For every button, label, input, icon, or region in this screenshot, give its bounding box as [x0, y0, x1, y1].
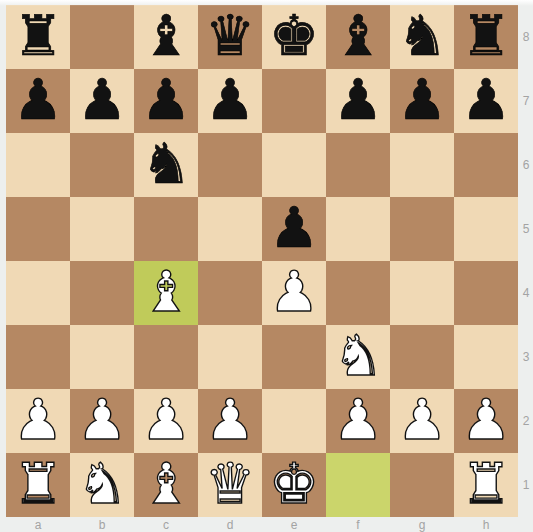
rank-label-1: 1 [519, 453, 533, 517]
square-c3[interactable] [134, 325, 198, 389]
piece-black-pawn[interactable]: ♟ [13, 68, 63, 132]
file-label-h: h [454, 517, 518, 532]
square-a8[interactable]: ♜ [6, 5, 70, 69]
square-e4[interactable]: ♟ [262, 261, 326, 325]
square-h2[interactable]: ♟ [454, 389, 518, 453]
square-a6[interactable] [6, 133, 70, 197]
square-g3[interactable] [390, 325, 454, 389]
piece-black-pawn[interactable]: ♟ [269, 196, 319, 260]
square-h6[interactable] [454, 133, 518, 197]
square-a1[interactable]: ♜ [6, 453, 70, 517]
square-e7[interactable] [262, 69, 326, 133]
square-d1[interactable]: ♛ [198, 453, 262, 517]
square-c8[interactable]: ♝ [134, 5, 198, 69]
square-d2[interactable]: ♟ [198, 389, 262, 453]
piece-black-pawn[interactable]: ♟ [141, 68, 191, 132]
file-label-g: g [390, 517, 454, 532]
square-c6[interactable]: ♞ [134, 133, 198, 197]
piece-black-rook[interactable]: ♜ [13, 4, 63, 68]
piece-white-rook[interactable]: ♜ [461, 452, 511, 516]
square-b8[interactable] [70, 5, 134, 69]
piece-black-pawn[interactable]: ♟ [397, 68, 447, 132]
square-b2[interactable]: ♟ [70, 389, 134, 453]
square-e2[interactable] [262, 389, 326, 453]
square-a3[interactable] [6, 325, 70, 389]
rank-label-2: 2 [519, 389, 533, 453]
piece-white-pawn[interactable]: ♟ [77, 388, 127, 452]
piece-white-king[interactable]: ♚ [269, 452, 319, 516]
piece-white-knight[interactable]: ♞ [77, 452, 127, 516]
piece-black-bishop[interactable]: ♝ [141, 4, 191, 68]
square-c1[interactable]: ♝ [134, 453, 198, 517]
piece-white-bishop[interactable]: ♝ [141, 260, 191, 324]
piece-black-bishop[interactable]: ♝ [333, 4, 383, 68]
piece-white-pawn[interactable]: ♟ [269, 260, 319, 324]
page: { "game": "chess", "position": { "fen": … [0, 0, 533, 532]
piece-white-queen[interactable]: ♛ [205, 452, 255, 516]
square-e5[interactable]: ♟ [262, 197, 326, 261]
square-e6[interactable] [262, 133, 326, 197]
file-coordinates: abcdefgh [6, 517, 518, 532]
file-label-f: f [326, 517, 390, 532]
square-h8[interactable]: ♜ [454, 5, 518, 69]
square-e1[interactable]: ♚ [262, 453, 326, 517]
square-d6[interactable] [198, 133, 262, 197]
rank-label-6: 6 [519, 133, 533, 197]
chess-board: ♜♝♛♚♝♞♜♟♟♟♟♟♟♟♞♟♝♟♞♟♟♟♟♟♟♟♜♞♝♛♚♜ [6, 5, 518, 517]
square-d4[interactable] [198, 261, 262, 325]
square-f8[interactable]: ♝ [326, 5, 390, 69]
square-a4[interactable] [6, 261, 70, 325]
square-c2[interactable]: ♟ [134, 389, 198, 453]
file-label-c: c [134, 517, 198, 532]
rank-label-3: 3 [519, 325, 533, 389]
square-f6[interactable] [326, 133, 390, 197]
square-d5[interactable] [198, 197, 262, 261]
square-h7[interactable]: ♟ [454, 69, 518, 133]
square-f1[interactable] [326, 453, 390, 517]
square-h4[interactable] [454, 261, 518, 325]
file-label-a: a [6, 517, 70, 532]
square-h5[interactable] [454, 197, 518, 261]
file-label-e: e [262, 517, 326, 532]
file-label-b: b [70, 517, 134, 532]
piece-white-pawn[interactable]: ♟ [461, 388, 511, 452]
piece-black-pawn[interactable]: ♟ [333, 68, 383, 132]
rank-label-8: 8 [519, 5, 533, 69]
rank-label-5: 5 [519, 197, 533, 261]
piece-black-pawn[interactable]: ♟ [461, 68, 511, 132]
square-a7[interactable]: ♟ [6, 69, 70, 133]
square-b1[interactable]: ♞ [70, 453, 134, 517]
square-g2[interactable]: ♟ [390, 389, 454, 453]
square-b4[interactable] [70, 261, 134, 325]
piece-black-queen[interactable]: ♛ [205, 4, 255, 68]
piece-black-king[interactable]: ♚ [269, 4, 319, 68]
piece-black-pawn[interactable]: ♟ [205, 68, 255, 132]
square-g7[interactable]: ♟ [390, 69, 454, 133]
piece-white-pawn[interactable]: ♟ [333, 388, 383, 452]
square-a5[interactable] [6, 197, 70, 261]
piece-white-pawn[interactable]: ♟ [397, 388, 447, 452]
square-b6[interactable] [70, 133, 134, 197]
square-g8[interactable]: ♞ [390, 5, 454, 69]
square-f3[interactable]: ♞ [326, 325, 390, 389]
piece-black-pawn[interactable]: ♟ [77, 68, 127, 132]
square-c4[interactable]: ♝ [134, 261, 198, 325]
square-g5[interactable] [390, 197, 454, 261]
square-f7[interactable]: ♟ [326, 69, 390, 133]
square-e8[interactable]: ♚ [262, 5, 326, 69]
square-a2[interactable]: ♟ [6, 389, 70, 453]
piece-white-pawn[interactable]: ♟ [13, 388, 63, 452]
piece-black-knight[interactable]: ♞ [397, 4, 447, 68]
piece-white-bishop[interactable]: ♝ [141, 452, 191, 516]
square-f2[interactable]: ♟ [326, 389, 390, 453]
square-g4[interactable] [390, 261, 454, 325]
square-h3[interactable] [454, 325, 518, 389]
rank-label-4: 4 [519, 261, 533, 325]
rank-label-7: 7 [519, 69, 533, 133]
square-d8[interactable]: ♛ [198, 5, 262, 69]
square-d3[interactable] [198, 325, 262, 389]
piece-white-pawn[interactable]: ♟ [141, 388, 191, 452]
square-e3[interactable] [262, 325, 326, 389]
square-b5[interactable] [70, 197, 134, 261]
square-h1[interactable]: ♜ [454, 453, 518, 517]
file-label-d: d [198, 517, 262, 532]
square-f4[interactable] [326, 261, 390, 325]
square-c5[interactable] [134, 197, 198, 261]
square-d7[interactable]: ♟ [198, 69, 262, 133]
square-g6[interactable] [390, 133, 454, 197]
piece-black-rook[interactable]: ♜ [461, 4, 511, 68]
square-b3[interactable] [70, 325, 134, 389]
square-g1[interactable] [390, 453, 454, 517]
square-f5[interactable] [326, 197, 390, 261]
piece-white-pawn[interactable]: ♟ [205, 388, 255, 452]
piece-white-rook[interactable]: ♜ [13, 452, 63, 516]
square-b7[interactable]: ♟ [70, 69, 134, 133]
rank-coordinates: 87654321 [519, 5, 533, 517]
square-c7[interactable]: ♟ [134, 69, 198, 133]
piece-black-knight[interactable]: ♞ [141, 132, 191, 196]
piece-white-knight[interactable]: ♞ [333, 324, 383, 388]
